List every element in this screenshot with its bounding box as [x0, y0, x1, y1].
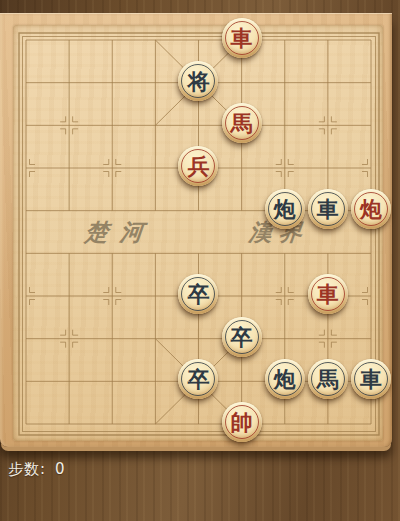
piece-glyph: 馬: [222, 103, 262, 143]
piece-red-soldier[interactable]: 兵: [178, 146, 218, 186]
piece-glyph: 車: [308, 189, 348, 229]
piece-black-soldier-2[interactable]: 卒: [222, 317, 262, 357]
piece-black-soldier-3[interactable]: 卒: [178, 359, 218, 399]
piece-glyph: 卒: [178, 359, 218, 399]
piece-red-chariot-1[interactable]: 車: [222, 18, 262, 58]
piece-red-horse[interactable]: 馬: [222, 103, 262, 143]
piece-red-cannon[interactable]: 炮: [351, 189, 391, 229]
piece-black-soldier-1[interactable]: 卒: [178, 274, 218, 314]
piece-glyph: 兵: [178, 146, 218, 186]
piece-glyph: 卒: [222, 317, 262, 357]
piece-black-general[interactable]: 将: [178, 61, 218, 101]
xiangqi-board[interactable]: 楚河 漢界 車将馬兵炮車炮卒車卒卒炮馬車帥: [0, 13, 392, 447]
piece-glyph: 炮: [265, 359, 305, 399]
piece-black-horse[interactable]: 馬: [308, 359, 348, 399]
pieces-grid: 車将馬兵炮車炮卒車卒卒炮馬車帥: [4, 19, 392, 446]
piece-glyph: 車: [351, 359, 391, 399]
piece-red-chariot-2[interactable]: 車: [308, 274, 348, 314]
piece-black-cannon-2[interactable]: 炮: [265, 359, 305, 399]
move-counter-value: 0: [55, 460, 66, 479]
piece-black-chariot-1[interactable]: 車: [308, 189, 348, 229]
piece-glyph: 炮: [351, 189, 391, 229]
piece-glyph: 車: [222, 18, 262, 58]
board-field: 楚河 漢界 車将馬兵炮車炮卒車卒卒炮馬車帥: [13, 25, 383, 441]
piece-glyph: 将: [178, 61, 218, 101]
move-counter-label: 步数:: [8, 460, 46, 479]
piece-glyph: 馬: [308, 359, 348, 399]
piece-glyph: 卒: [178, 274, 218, 314]
piece-red-general[interactable]: 帥: [222, 402, 262, 442]
move-counter: 步数: 0: [8, 460, 66, 479]
piece-glyph: 帥: [222, 402, 262, 442]
piece-glyph: 車: [308, 274, 348, 314]
xiangqi-app: 楚河 漢界 車将馬兵炮車炮卒車卒卒炮馬車帥 步数: 0: [0, 0, 400, 521]
piece-glyph: 炮: [265, 189, 305, 229]
piece-black-cannon-1[interactable]: 炮: [265, 189, 305, 229]
piece-black-chariot-2[interactable]: 車: [351, 359, 391, 399]
